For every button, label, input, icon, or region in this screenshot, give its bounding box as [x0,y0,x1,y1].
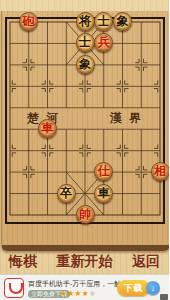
piece-black-chariot[interactable]: 車 [94,184,113,203]
piece-black-advisor[interactable]: 士 [76,33,95,52]
ad-rating-stars: ★★★★★ [60,289,96,298]
piece-red-elephant[interactable]: 相 [151,162,170,181]
game-menu: 悔棋 重新开始 返回 [0,250,169,274]
piece-red-general[interactable]: 帥 [76,205,95,224]
back-button[interactable]: 返回 [132,253,160,271]
piece-black-elephant[interactable]: 象 [76,55,95,74]
ad-banner[interactable]: 百度手机助手-万千应用，一触即得 立即免费下载 ★★★★★ 下载 ↓ [0,274,169,300]
ad-badge [160,294,168,300]
download-arrow-icon[interactable]: ↓ [146,281,160,295]
river-label-han: 漢界 [110,111,148,126]
xiangqi-app-screen: 楚河 漢界 砲将士象士兵象車仕相卒車帥 悔棋 重新开始 返回 百度手机助手-万千… [0,0,169,300]
piece-black-elephant[interactable]: 象 [113,12,132,31]
restart-button[interactable]: 重新开始 [57,253,113,271]
piece-black-soldier[interactable]: 卒 [57,184,76,203]
piece-black-general[interactable]: 将 [76,12,95,31]
baidu-app-icon [4,278,24,298]
undo-button[interactable]: 悔棋 [9,253,37,271]
ad-title: 百度手机助手-万千应用，一触即得 [28,279,120,289]
